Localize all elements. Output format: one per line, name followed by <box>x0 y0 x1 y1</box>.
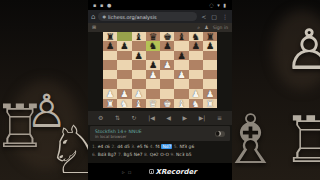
square-e6[interactable] <box>160 51 174 61</box>
white-piece-n-b1: ♞ <box>120 99 128 109</box>
square-f5[interactable] <box>174 60 188 70</box>
account-link[interactable]: Sign in <box>213 25 228 30</box>
square-c2[interactable]: ♟ <box>132 89 146 99</box>
square-c5[interactable] <box>132 60 146 70</box>
nav-hint-icons: ▹▫ <box>122 169 135 175</box>
recorder-label: XRecorder <box>156 168 197 176</box>
square-g1[interactable]: ♞ <box>189 99 203 109</box>
move-token[interactable]: 8. <box>144 152 148 157</box>
user-icon[interactable]: ♟ <box>204 24 208 30</box>
square-a2[interactable]: ♟ <box>103 89 117 99</box>
move-token[interactable]: O-O <box>160 152 169 157</box>
flip-board-icon[interactable]: ⇅ <box>115 114 120 121</box>
white-piece-b-f1: ♝ <box>178 99 186 109</box>
search-icon[interactable]: ⌕ <box>197 24 200 31</box>
move-list: 1.e4c62.d4d53.e5f64.f4Nd75.Nf3g6 6.Bd3Bg… <box>92 143 228 161</box>
square-b2[interactable]: ♟ <box>117 89 131 99</box>
square-c7[interactable] <box>132 41 146 51</box>
move-token[interactable]: Ne7 <box>134 152 143 157</box>
square-b4[interactable] <box>117 70 131 80</box>
move-token[interactable]: Qe2 <box>150 152 159 157</box>
square-g6[interactable] <box>189 51 203 61</box>
black-piece-p-c6: ♟ <box>135 51 143 61</box>
black-piece-p-g7: ♟ <box>192 41 200 51</box>
square-e4[interactable] <box>160 70 174 80</box>
black-piece-k-e8: ♚ <box>163 32 171 42</box>
square-e2[interactable] <box>160 89 174 99</box>
decorative-rook-piece: ♖ <box>282 108 320 172</box>
browser-menu-icon[interactable]: ⋮ <box>221 13 229 20</box>
engine-toggle-knob <box>216 131 221 136</box>
black-piece-b-c8: ♝ <box>135 32 143 42</box>
square-e1[interactable]: ♚ <box>160 99 174 109</box>
square-h6[interactable] <box>203 51 217 61</box>
decorative-knight-piece: ♘ <box>46 118 88 180</box>
move-token[interactable]: Bg7 <box>108 152 117 157</box>
black-piece-p-b7: ♟ <box>120 41 128 51</box>
square-e3[interactable] <box>160 79 174 89</box>
move-line-2[interactable]: 6.Bd3Bg77.Bg5Ne78.Qe2O-O9.Nc3b5 <box>92 151 228 159</box>
white-piece-p-b2: ♟ <box>120 89 128 99</box>
square-d2[interactable] <box>146 89 160 99</box>
move-token[interactable]: 5. <box>174 144 178 149</box>
white-piece-k-e1: ♚ <box>163 99 171 109</box>
white-piece-r-h1: ♜ <box>206 99 214 109</box>
white-piece-b-c1: ♝ <box>135 99 143 109</box>
move-token[interactable]: g6 <box>189 144 195 149</box>
move-token[interactable]: Nf3 <box>179 144 187 149</box>
move-token[interactable]: d4 <box>117 144 123 149</box>
black-piece-p-f6: ♟ <box>178 51 186 61</box>
left-letterbox-band: ♙ ♖ ♘ <box>0 0 88 180</box>
square-e8[interactable]: ♚ <box>160 32 174 42</box>
site-menu-icon[interactable]: ⊞ <box>92 24 96 30</box>
decorative-bishop-piece: ♗ <box>232 106 281 174</box>
right-letterbox-band: ♙ ♗ ♖ <box>232 0 320 180</box>
black-piece-q-d8: ♛ <box>149 32 157 42</box>
step-back-icon[interactable]: ◀ <box>166 114 171 121</box>
square-h5[interactable] <box>203 60 217 70</box>
engine-location: in local browser <box>95 134 215 139</box>
white-piece-n-g1: ♞ <box>192 99 200 109</box>
move-token[interactable]: 9. <box>170 152 174 157</box>
square-h3[interactable] <box>203 79 217 89</box>
address-pill[interactable]: ● lichess.org/analysis <box>98 12 197 21</box>
black-piece-p-d5: ♟ <box>149 60 157 70</box>
settings-gear-icon[interactable]: ⚙ <box>98 114 103 121</box>
step-forward-icon[interactable]: ▶ <box>183 114 188 121</box>
move-token[interactable]: e5 <box>137 144 143 149</box>
square-f8[interactable]: ♝ <box>174 32 188 42</box>
black-piece-n-g8: ♞ <box>192 32 200 42</box>
move-token[interactable]: Nc3 <box>176 152 185 157</box>
android-status-bar: ▪ ▪ ● ◌ ▾ ▮ <box>88 0 232 10</box>
home-icon[interactable]: ⌂ <box>91 13 95 21</box>
square-g3[interactable] <box>189 79 203 89</box>
square-a1[interactable]: ♜ <box>103 99 117 109</box>
move-token[interactable]: 3. <box>131 144 135 149</box>
square-a8[interactable]: ♜ <box>103 32 117 42</box>
white-piece-q-d1: ♛ <box>149 99 157 109</box>
square-f1[interactable]: ♝ <box>174 99 188 109</box>
square-a6[interactable] <box>103 51 117 61</box>
black-piece-p-h7: ♟ <box>206 41 214 51</box>
black-piece-p-e7: ♟ <box>163 41 171 51</box>
square-d7[interactable]: ♞ <box>146 41 160 51</box>
black-piece-b-f8: ♝ <box>178 32 186 42</box>
engine-toggle[interactable] <box>215 131 225 137</box>
square-c3[interactable] <box>132 79 146 89</box>
square-f7[interactable] <box>174 41 188 51</box>
square-d4[interactable]: ♟ <box>146 70 160 80</box>
black-piece-n-d7: ♞ <box>149 41 157 51</box>
white-piece-r-a1: ♜ <box>106 99 114 109</box>
square-g7[interactable]: ♟ <box>189 41 203 51</box>
recorder-watermark: XRecorder <box>149 168 197 176</box>
move-line-1[interactable]: 1.e4c62.d4d53.e5f64.f4Nd75.Nf3g6 <box>92 143 228 151</box>
chess-board[interactable]: ♜♝♛♚♝♞♜♟♟♞♟♟♟♟♟♟♟♟♟♟♟♟♟♟♜♞♝♛♚♝♞♜ <box>103 32 217 109</box>
screenshot-stage: ♙ ♖ ♘ ♙ ♗ ♖ ▪ ▪ ● ◌ ▾ ▮ ⌂ ● lichess.org/… <box>0 0 320 180</box>
square-c6[interactable]: ♟ <box>132 51 146 61</box>
square-g2[interactable]: ♟ <box>189 89 203 99</box>
square-g8[interactable]: ♞ <box>189 32 203 42</box>
square-b1[interactable]: ♞ <box>117 99 131 109</box>
square-f6[interactable]: ♟ <box>174 51 188 61</box>
current-move-token[interactable]: Nd7 <box>161 144 172 149</box>
url-text: lichess.org/analysis <box>108 14 157 20</box>
move-token[interactable]: b5 <box>186 152 192 157</box>
move-token[interactable]: 7. <box>118 152 122 157</box>
square-h1[interactable]: ♜ <box>203 99 217 109</box>
move-token[interactable]: e4 <box>98 144 104 149</box>
square-b3[interactable] <box>117 79 131 89</box>
square-c4[interactable] <box>132 70 146 80</box>
square-h8[interactable]: ♜ <box>203 32 217 42</box>
square-f4[interactable]: ♟ <box>174 70 188 80</box>
square-f2[interactable] <box>174 89 188 99</box>
square-a3[interactable] <box>103 79 117 89</box>
wifi-battery-icons: ◌ ▾ ▮ <box>209 2 227 8</box>
square-d5[interactable]: ♟ <box>146 60 160 70</box>
square-f3[interactable] <box>174 79 188 89</box>
jump-start-icon[interactable]: |◀ <box>148 114 155 121</box>
move-token[interactable]: d5 <box>124 144 130 149</box>
white-piece-p-a2: ♟ <box>106 89 114 99</box>
square-h7[interactable]: ♟ <box>203 41 217 51</box>
square-a4[interactable] <box>103 70 117 80</box>
square-e7[interactable]: ♟ <box>160 41 174 51</box>
decorative-rook-piece: ♖ <box>0 96 47 156</box>
square-d8[interactable]: ♛ <box>146 32 160 42</box>
lock-icon: ● <box>102 14 106 19</box>
jump-end-icon[interactable]: ▶| <box>199 114 206 121</box>
analysis-toolbar: ⚙⇅↻|◀◀▶▶|≡ <box>88 111 232 125</box>
tabs-icon[interactable]: ▢ <box>210 13 218 20</box>
bottom-bar: ▹▫ XRecorder <box>88 163 232 180</box>
square-g5[interactable] <box>189 60 203 70</box>
share-icon[interactable]: < <box>200 13 207 20</box>
square-d1[interactable]: ♛ <box>146 99 160 109</box>
black-piece-r-a8: ♜ <box>106 32 114 42</box>
square-e5[interactable]: ♟ <box>160 60 174 70</box>
black-piece-p-a7: ♟ <box>106 41 114 51</box>
square-h4[interactable] <box>203 70 217 80</box>
square-b6[interactable] <box>117 51 131 61</box>
square-c8[interactable]: ♝ <box>132 32 146 42</box>
move-token[interactable]: Bg5 <box>124 152 133 157</box>
lichess-header: ⊞ ⌕ ♟ Sign in <box>88 23 232 32</box>
notification-icons: ▪ ▪ ● <box>93 2 112 8</box>
black-piece-r-h8: ♜ <box>206 32 214 42</box>
white-piece-p-h2: ♟ <box>206 89 214 99</box>
square-b8[interactable] <box>117 32 131 42</box>
move-token[interactable]: 6. <box>92 152 96 157</box>
square-c1[interactable]: ♝ <box>132 99 146 109</box>
move-token[interactable]: 4. <box>150 144 154 149</box>
square-h2[interactable]: ♟ <box>203 89 217 99</box>
move-token[interactable]: f4 <box>156 144 160 149</box>
square-d6[interactable] <box>146 51 160 61</box>
move-token[interactable]: f6 <box>144 144 148 149</box>
square-a5[interactable] <box>103 60 117 70</box>
move-token[interactable]: 1. <box>92 144 96 149</box>
white-piece-p-e5: ♟ <box>163 60 171 70</box>
move-token[interactable]: c6 <box>105 144 110 149</box>
white-piece-p-g2: ♟ <box>192 89 200 99</box>
move-token[interactable]: 2. <box>111 144 115 149</box>
engine-panel: Stockfish 14+ NNUE in local browser <box>90 126 230 141</box>
square-b5[interactable] <box>117 60 131 70</box>
square-a7[interactable]: ♟ <box>103 41 117 51</box>
square-d3[interactable] <box>146 79 160 89</box>
move-token[interactable]: Bd3 <box>98 152 107 157</box>
white-piece-p-f4: ♟ <box>178 70 186 80</box>
white-piece-p-d4: ♟ <box>149 70 157 80</box>
replay-icon[interactable]: ↻ <box>132 114 137 121</box>
browser-url-bar: ⌂ ● lichess.org/analysis < ▢ ⋮ <box>88 10 232 23</box>
square-b7[interactable]: ♟ <box>117 41 131 51</box>
square-g4[interactable] <box>189 70 203 80</box>
white-piece-p-c2: ♟ <box>135 89 143 99</box>
decorative-pawn-piece: ♙ <box>284 22 320 78</box>
recorder-icon <box>149 169 154 174</box>
phone-screen: ▪ ▪ ● ◌ ▾ ▮ ⌂ ● lichess.org/analysis < ▢… <box>88 0 232 180</box>
menu-icon[interactable]: ≡ <box>217 114 222 121</box>
